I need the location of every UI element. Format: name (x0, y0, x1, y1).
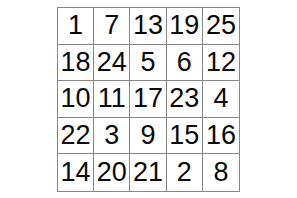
cell-r5c4[interactable]: 2 (167, 154, 203, 191)
cell-r1c3[interactable]: 13 (130, 8, 166, 45)
cell-r4c3[interactable]: 9 (130, 118, 166, 155)
cell-r5c5[interactable]: 8 (203, 154, 239, 191)
cell-r3c4[interactable]: 23 (167, 81, 203, 118)
cell-r3c1[interactable]: 10 (58, 81, 94, 118)
cell-r3c5[interactable]: 4 (203, 81, 239, 118)
cell-r1c1[interactable]: 1 (58, 8, 94, 45)
number-grid: 1713192518245612101117234223915161420212… (57, 7, 240, 192)
cell-r4c2[interactable]: 3 (94, 118, 130, 155)
cell-r3c3[interactable]: 17 (130, 81, 166, 118)
cell-r4c5[interactable]: 16 (203, 118, 239, 155)
cell-r2c1[interactable]: 18 (58, 45, 94, 82)
cell-r2c5[interactable]: 12 (203, 45, 239, 82)
schulte-table-board: 1713192518245612101117234223915161420212… (57, 7, 240, 192)
cell-r1c4[interactable]: 19 (167, 8, 203, 45)
cell-r2c4[interactable]: 6 (167, 45, 203, 82)
cell-r5c1[interactable]: 14 (58, 154, 94, 191)
cell-r3c2[interactable]: 11 (94, 81, 130, 118)
cell-r1c5[interactable]: 25 (203, 8, 239, 45)
cell-r2c3[interactable]: 5 (130, 45, 166, 82)
cell-r5c2[interactable]: 20 (94, 154, 130, 191)
cell-r2c2[interactable]: 24 (94, 45, 130, 82)
cell-r4c1[interactable]: 22 (58, 118, 94, 155)
cell-r4c4[interactable]: 15 (167, 118, 203, 155)
cell-r5c3[interactable]: 21 (130, 154, 166, 191)
cell-r1c2[interactable]: 7 (94, 8, 130, 45)
